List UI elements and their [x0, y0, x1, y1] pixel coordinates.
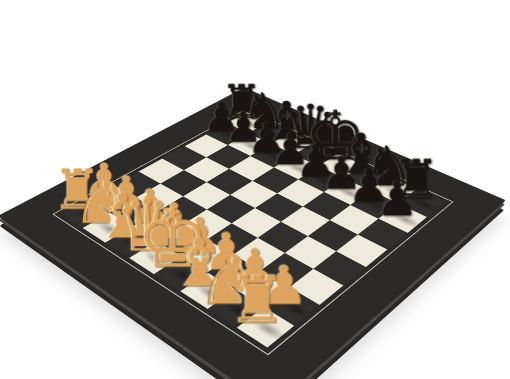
board-frame: ♜♞♝♛♚♝♞♜♟♟♟♟♟♟♟♟♟♟♟♟♟♟♟♟♜♞♝♛♚♝♞♜ — [0, 87, 506, 379]
chess-set-product-photo: ♜♞♝♛♚♝♞♜♟♟♟♟♟♟♟♟♟♟♟♟♟♟♟♟♜♞♝♛♚♝♞♜ — [0, 0, 510, 379]
black-pawn: ♟ — [356, 175, 438, 222]
square-a5 — [162, 146, 206, 170]
scene-3d: ♜♞♝♛♚♝♞♜♟♟♟♟♟♟♟♟♟♟♟♟♟♟♟♟♜♞♝♛♚♝♞♜ — [0, 0, 510, 379]
square-h1: ♜ — [237, 306, 294, 347]
white-rook: ♜ — [210, 267, 306, 332]
square-h7: ♟ — [378, 203, 426, 232]
chess-board: ♜♞♝♛♚♝♞♜♟♟♟♟♟♟♟♟♟♟♟♟♟♟♟♟♜♞♝♛♚♝♞♜ — [0, 87, 506, 379]
